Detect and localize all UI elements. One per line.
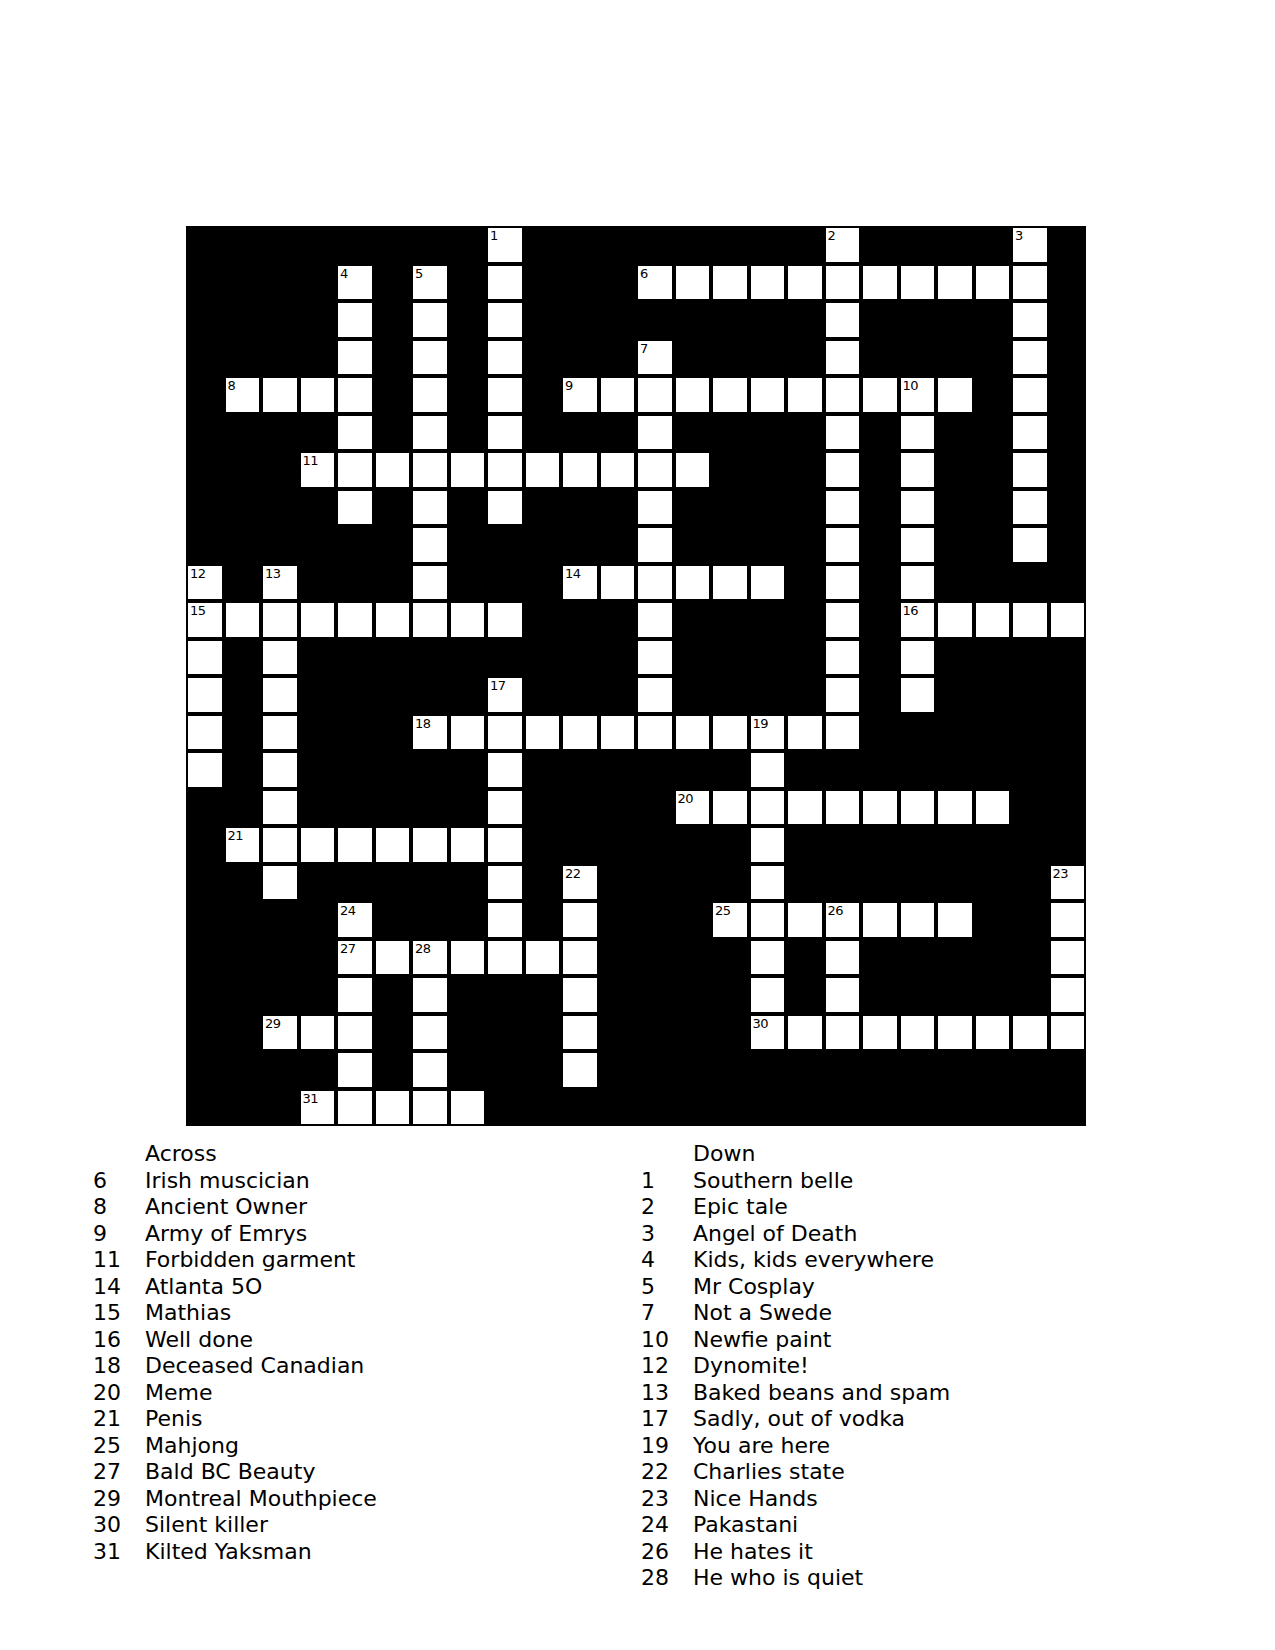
clue-text: Not a Swede <box>693 1300 950 1327</box>
cell-r21c22[interactable] <box>1013 1016 1047 1050</box>
cell-r4c3[interactable] <box>301 378 335 412</box>
cell-r21c4[interactable] <box>338 1016 372 1050</box>
cell-r15c14[interactable] <box>713 791 747 825</box>
clue-num: 18 <box>93 1353 145 1380</box>
cell-r1c12[interactable]: 6 <box>638 266 672 300</box>
cell-r4c17[interactable] <box>826 378 860 412</box>
cell-r4c8[interactable] <box>488 378 522 412</box>
cell-r3c22[interactable] <box>1013 341 1047 375</box>
cell-r16c5[interactable] <box>376 828 410 862</box>
clue-num: 7 <box>641 1300 693 1327</box>
cell-r15c15[interactable] <box>751 791 785 825</box>
across-clue-30: 30Silent killer <box>93 1512 377 1539</box>
down-clue-22: 22Charlies state <box>641 1459 950 1486</box>
cell-r4c2[interactable] <box>263 378 297 412</box>
cell-r6c19[interactable] <box>901 453 935 487</box>
cell-r18c23[interactable] <box>1051 903 1085 937</box>
cell-r13c15[interactable]: 19 <box>751 716 785 750</box>
cell-r6c5[interactable] <box>376 453 410 487</box>
cell-r13c11[interactable] <box>601 716 635 750</box>
clue-num: 31 <box>93 1539 145 1566</box>
across-header: Across <box>145 1141 377 1168</box>
down-clue-19: 19You are here <box>641 1433 950 1460</box>
cell-r12c19[interactable] <box>901 678 935 712</box>
cell-r4c4[interactable] <box>338 378 372 412</box>
clue-number-6: 6 <box>640 266 648 281</box>
cell-r4c19[interactable]: 10 <box>901 378 935 412</box>
cell-r23c5[interactable] <box>376 1091 410 1125</box>
cell-r21c3[interactable] <box>301 1016 335 1050</box>
cell-r17c23[interactable]: 23 <box>1051 866 1085 900</box>
cell-r8c6[interactable] <box>413 528 447 562</box>
cell-r13c8[interactable] <box>488 716 522 750</box>
cell-r23c7[interactable] <box>451 1091 485 1125</box>
clue-text: Baked beans and spam <box>693 1380 950 1407</box>
cell-r1c13[interactable] <box>676 266 710 300</box>
cell-r2c22[interactable] <box>1013 303 1047 337</box>
cell-r9c10[interactable]: 14 <box>563 566 597 600</box>
clue-number-17: 17 <box>490 678 506 693</box>
cell-r5c8[interactable] <box>488 416 522 450</box>
across-clue-16: 16Well done <box>93 1327 377 1354</box>
clue-num: 9 <box>93 1221 145 1248</box>
cell-r19c10[interactable] <box>563 941 597 975</box>
cell-r23c3[interactable]: 31 <box>301 1091 335 1125</box>
cell-r11c2[interactable] <box>263 641 297 675</box>
cell-r20c23[interactable] <box>1051 978 1085 1012</box>
clue-num: 17 <box>641 1406 693 1433</box>
clue-num: 10 <box>641 1327 693 1354</box>
cell-r6c11[interactable] <box>601 453 635 487</box>
cell-r4c15[interactable] <box>751 378 785 412</box>
down-clue-list: Down 1Southern belle2Epic tale3Angel of … <box>641 1141 950 1592</box>
cell-r5c17[interactable] <box>826 416 860 450</box>
clue-number-2: 2 <box>828 228 836 243</box>
cell-r1c8[interactable] <box>488 266 522 300</box>
cell-r10c1[interactable] <box>226 603 260 637</box>
cell-r21c23[interactable] <box>1051 1016 1085 1050</box>
cell-r15c13[interactable]: 20 <box>676 791 710 825</box>
cell-r11c19[interactable] <box>901 641 935 675</box>
cell-r9c19[interactable] <box>901 566 935 600</box>
cell-r6c17[interactable] <box>826 453 860 487</box>
cell-r7c4[interactable] <box>338 491 372 525</box>
down-clue-23: 23Nice Hands <box>641 1486 950 1513</box>
clue-text: Mahjong <box>145 1433 377 1460</box>
cell-r10c23[interactable] <box>1051 603 1085 637</box>
cell-r4c14[interactable] <box>713 378 747 412</box>
cell-r16c7[interactable] <box>451 828 485 862</box>
cell-r9c15[interactable] <box>751 566 785 600</box>
clue-num: 26 <box>641 1539 693 1566</box>
cell-r19c15[interactable] <box>751 941 785 975</box>
cell-r3c8[interactable] <box>488 341 522 375</box>
clue-text: Mr Cosplay <box>693 1274 950 1301</box>
cell-r8c22[interactable] <box>1013 528 1047 562</box>
cell-r13c6[interactable]: 18 <box>413 716 447 750</box>
cell-r4c12[interactable] <box>638 378 672 412</box>
cell-r4c11[interactable] <box>601 378 635 412</box>
cell-r1c16[interactable] <box>788 266 822 300</box>
cell-r4c6[interactable] <box>413 378 447 412</box>
cell-r16c4[interactable] <box>338 828 372 862</box>
clue-num: 5 <box>641 1274 693 1301</box>
clue-number-8: 8 <box>228 378 236 393</box>
clue-text: Dynomite! <box>693 1353 950 1380</box>
cell-r18c8[interactable] <box>488 903 522 937</box>
cell-r10c7[interactable] <box>451 603 485 637</box>
cell-r18c16[interactable] <box>788 903 822 937</box>
cell-r12c12[interactable] <box>638 678 672 712</box>
cell-r21c18[interactable] <box>863 1016 897 1050</box>
clue-num: 15 <box>93 1300 145 1327</box>
cell-r15c21[interactable] <box>976 791 1010 825</box>
clue-number-10: 10 <box>903 378 919 393</box>
clue-num: 6 <box>93 1168 145 1195</box>
cell-r10c17[interactable] <box>826 603 860 637</box>
across-clue-6: 6Irish muscician <box>93 1168 377 1195</box>
cell-r5c12[interactable] <box>638 416 672 450</box>
cell-r23c6[interactable] <box>413 1091 447 1125</box>
cell-r13c13[interactable] <box>676 716 710 750</box>
clue-number-4: 4 <box>340 266 348 281</box>
cell-r10c19[interactable]: 16 <box>901 603 935 637</box>
clue-text: Southern belle <box>693 1168 950 1195</box>
down-clue-5: 5Mr Cosplay <box>641 1274 950 1301</box>
cell-r9c6[interactable] <box>413 566 447 600</box>
cell-r4c1[interactable]: 8 <box>226 378 260 412</box>
cell-r15c17[interactable] <box>826 791 860 825</box>
across-clue-20: 20Meme <box>93 1380 377 1407</box>
cell-r1c4[interactable]: 4 <box>338 266 372 300</box>
across-clue-list: Across 6Irish muscician8Ancient Owner9Ar… <box>93 1141 377 1565</box>
cell-r16c2[interactable] <box>263 828 297 862</box>
cell-r4c22[interactable] <box>1013 378 1047 412</box>
cell-r1c22[interactable] <box>1013 266 1047 300</box>
clue-text: You are here <box>693 1433 950 1460</box>
cell-r15c19[interactable] <box>901 791 935 825</box>
cell-r11c17[interactable] <box>826 641 860 675</box>
cell-r1c14[interactable] <box>713 266 747 300</box>
cell-r10c0[interactable]: 15 <box>188 603 222 637</box>
cell-r2c17[interactable] <box>826 303 860 337</box>
cell-r15c8[interactable] <box>488 791 522 825</box>
across-clues: 6Irish muscician8Ancient Owner9Army of E… <box>93 1168 377 1566</box>
clue-number-28: 28 <box>415 941 431 956</box>
clue-num: 2 <box>641 1194 693 1221</box>
down-header: Down <box>693 1141 950 1168</box>
across-clue-25: 25Mahjong <box>93 1433 377 1460</box>
cell-r3c17[interactable] <box>826 341 860 375</box>
cell-r6c7[interactable] <box>451 453 485 487</box>
cell-r13c17[interactable] <box>826 716 860 750</box>
cell-r18c20[interactable] <box>938 903 972 937</box>
cell-r5c19[interactable] <box>901 416 935 450</box>
cell-r12c8[interactable]: 17 <box>488 678 522 712</box>
clue-number-16: 16 <box>903 603 919 618</box>
cell-r21c15[interactable]: 30 <box>751 1016 785 1050</box>
cell-r15c2[interactable] <box>263 791 297 825</box>
cell-r18c10[interactable] <box>563 903 597 937</box>
crossword-cells: 1234567891011121314151617181920212223242… <box>186 226 1086 1126</box>
cell-r1c19[interactable] <box>901 266 935 300</box>
cell-r4c10[interactable]: 9 <box>563 378 597 412</box>
cell-r19c8[interactable] <box>488 941 522 975</box>
cell-r13c9[interactable] <box>526 716 560 750</box>
clue-text: Ancient Owner <box>145 1194 377 1221</box>
cell-r10c5[interactable] <box>376 603 410 637</box>
cell-r21c2[interactable]: 29 <box>263 1016 297 1050</box>
clue-number-24: 24 <box>340 903 356 918</box>
cell-r16c6[interactable] <box>413 828 447 862</box>
cell-r18c18[interactable] <box>863 903 897 937</box>
cell-r9c0[interactable]: 12 <box>188 566 222 600</box>
cell-r4c18[interactable] <box>863 378 897 412</box>
cell-r18c14[interactable]: 25 <box>713 903 747 937</box>
cell-r6c10[interactable] <box>563 453 597 487</box>
cell-r14c8[interactable] <box>488 753 522 787</box>
clue-text: Army of Emrys <box>145 1221 377 1248</box>
cell-r10c22[interactable] <box>1013 603 1047 637</box>
clue-num: 27 <box>93 1459 145 1486</box>
clue-text: Deceased Canadian <box>145 1353 377 1380</box>
cell-r6c3[interactable]: 11 <box>301 453 335 487</box>
clue-number-14: 14 <box>565 566 581 581</box>
clue-num: 8 <box>93 1194 145 1221</box>
clue-number-19: 19 <box>753 716 769 731</box>
across-clue-9: 9Army of Emrys <box>93 1221 377 1248</box>
cell-r1c18[interactable] <box>863 266 897 300</box>
clue-text: Charlies state <box>693 1459 950 1486</box>
clue-text: Sadly, out of vodka <box>693 1406 950 1433</box>
cell-r9c17[interactable] <box>826 566 860 600</box>
cell-r15c20[interactable] <box>938 791 972 825</box>
cell-r19c4[interactable]: 27 <box>338 941 372 975</box>
cell-r23c4[interactable] <box>338 1091 372 1125</box>
cell-r2c4[interactable] <box>338 303 372 337</box>
cell-r16c15[interactable] <box>751 828 785 862</box>
cell-r10c8[interactable] <box>488 603 522 637</box>
cell-r18c4[interactable]: 24 <box>338 903 372 937</box>
cell-r13c12[interactable] <box>638 716 672 750</box>
cell-r7c19[interactable] <box>901 491 935 525</box>
down-clue-1: 1Southern belle <box>641 1168 950 1195</box>
across-clue-29: 29Montreal Mouthpiece <box>93 1486 377 1513</box>
cell-r17c15[interactable] <box>751 866 785 900</box>
cell-r16c3[interactable] <box>301 828 335 862</box>
cell-r21c16[interactable] <box>788 1016 822 1050</box>
cell-r1c15[interactable] <box>751 266 785 300</box>
cell-r6c13[interactable] <box>676 453 710 487</box>
clue-number-31: 31 <box>303 1091 319 1106</box>
cell-r18c17[interactable]: 26 <box>826 903 860 937</box>
clue-number-7: 7 <box>640 341 648 356</box>
clue-number-20: 20 <box>678 791 694 806</box>
cell-r10c4[interactable] <box>338 603 372 637</box>
clue-number-30: 30 <box>753 1016 769 1031</box>
clue-num: 22 <box>641 1459 693 1486</box>
cell-r19c9[interactable] <box>526 941 560 975</box>
down-clue-28: 28He who is quiet <box>641 1565 950 1592</box>
cell-r9c14[interactable] <box>713 566 747 600</box>
cell-r4c20[interactable] <box>938 378 972 412</box>
cell-r3c6[interactable] <box>413 341 447 375</box>
cell-r13c16[interactable] <box>788 716 822 750</box>
cell-r13c14[interactable] <box>713 716 747 750</box>
cell-r13c10[interactable] <box>563 716 597 750</box>
cell-r0c17[interactable]: 2 <box>826 228 860 262</box>
cell-r13c2[interactable] <box>263 716 297 750</box>
clue-text: Meme <box>145 1380 377 1407</box>
clue-number-18: 18 <box>415 716 431 731</box>
cell-r20c10[interactable] <box>563 978 597 1012</box>
down-clue-2: 2Epic tale <box>641 1194 950 1221</box>
cell-r14c15[interactable] <box>751 753 785 787</box>
clue-num: 30 <box>93 1512 145 1539</box>
cell-r21c6[interactable] <box>413 1016 447 1050</box>
cell-r17c2[interactable] <box>263 866 297 900</box>
cell-r7c8[interactable] <box>488 491 522 525</box>
cell-r15c18[interactable] <box>863 791 897 825</box>
cell-r7c6[interactable] <box>413 491 447 525</box>
clue-num: 25 <box>93 1433 145 1460</box>
clue-number-5: 5 <box>415 266 423 281</box>
cell-r7c12[interactable] <box>638 491 672 525</box>
cell-r20c4[interactable] <box>338 978 372 1012</box>
cell-r16c1[interactable]: 21 <box>226 828 260 862</box>
clue-text: Newfie paint <box>693 1327 950 1354</box>
cell-r21c19[interactable] <box>901 1016 935 1050</box>
cell-r19c23[interactable] <box>1051 941 1085 975</box>
cell-r10c20[interactable] <box>938 603 972 637</box>
clue-text: Epic tale <box>693 1194 950 1221</box>
clue-number-9: 9 <box>565 378 573 393</box>
cell-r1c17[interactable] <box>826 266 860 300</box>
cell-r10c2[interactable] <box>263 603 297 637</box>
cell-r12c2[interactable] <box>263 678 297 712</box>
cell-r6c22[interactable] <box>1013 453 1047 487</box>
cell-r14c2[interactable] <box>263 753 297 787</box>
cell-r1c6[interactable]: 5 <box>413 266 447 300</box>
cell-r20c6[interactable] <box>413 978 447 1012</box>
cell-r10c12[interactable] <box>638 603 672 637</box>
cell-r21c20[interactable] <box>938 1016 972 1050</box>
cell-r11c12[interactable] <box>638 641 672 675</box>
cell-r20c15[interactable] <box>751 978 785 1012</box>
cell-r6c4[interactable] <box>338 453 372 487</box>
cell-r1c20[interactable] <box>938 266 972 300</box>
clue-number-25: 25 <box>715 903 731 918</box>
cell-r21c17[interactable] <box>826 1016 860 1050</box>
cell-r6c8[interactable] <box>488 453 522 487</box>
cell-r20c17[interactable] <box>826 978 860 1012</box>
cell-r4c13[interactable] <box>676 378 710 412</box>
cell-r0c22[interactable]: 3 <box>1013 228 1047 262</box>
cell-r8c19[interactable] <box>901 528 935 562</box>
cell-r5c22[interactable] <box>1013 416 1047 450</box>
cell-r7c22[interactable] <box>1013 491 1047 525</box>
cell-r10c6[interactable] <box>413 603 447 637</box>
cell-r0c8[interactable]: 1 <box>488 228 522 262</box>
down-clue-24: 24Pakastani <box>641 1512 950 1539</box>
clue-num: 24 <box>641 1512 693 1539</box>
cell-r16c8[interactable] <box>488 828 522 862</box>
cell-r2c6[interactable] <box>413 303 447 337</box>
cell-r9c13[interactable] <box>676 566 710 600</box>
clue-text: Bald BC Beauty <box>145 1459 377 1486</box>
across-clue-11: 11Forbidden garment <box>93 1247 377 1274</box>
cell-r3c12[interactable]: 7 <box>638 341 672 375</box>
cell-r21c21[interactable] <box>976 1016 1010 1050</box>
clue-text: He hates it <box>693 1539 950 1566</box>
cell-r19c5[interactable] <box>376 941 410 975</box>
cell-r9c12[interactable] <box>638 566 672 600</box>
cell-r22c10[interactable] <box>563 1053 597 1087</box>
cell-r9c11[interactable] <box>601 566 635 600</box>
cell-r17c8[interactable] <box>488 866 522 900</box>
clue-number-26: 26 <box>828 903 844 918</box>
clue-text: Atlanta 5O <box>145 1274 377 1301</box>
cell-r5c4[interactable] <box>338 416 372 450</box>
cell-r22c4[interactable] <box>338 1053 372 1087</box>
clue-num: 29 <box>93 1486 145 1513</box>
cell-r2c8[interactable] <box>488 303 522 337</box>
clue-text: He who is quiet <box>693 1565 950 1592</box>
cell-r13c7[interactable] <box>451 716 485 750</box>
clue-text: Irish muscician <box>145 1168 377 1195</box>
clue-num: 3 <box>641 1221 693 1248</box>
cell-r7c17[interactable] <box>826 491 860 525</box>
cell-r15c16[interactable] <box>788 791 822 825</box>
clue-text: Montreal Mouthpiece <box>145 1486 377 1513</box>
cell-r18c19[interactable] <box>901 903 935 937</box>
across-clue-27: 27Bald BC Beauty <box>93 1459 377 1486</box>
cell-r12c0[interactable] <box>188 678 222 712</box>
cell-r22c6[interactable] <box>413 1053 447 1087</box>
across-clue-31: 31Kilted Yaksman <box>93 1539 377 1566</box>
cell-r19c17[interactable] <box>826 941 860 975</box>
cell-r19c7[interactable] <box>451 941 485 975</box>
down-clue-7: 7Not a Swede <box>641 1300 950 1327</box>
cell-r6c6[interactable] <box>413 453 447 487</box>
clue-text: Silent killer <box>145 1512 377 1539</box>
clue-text: Kids, kids everywhere <box>693 1247 950 1274</box>
cell-r8c17[interactable] <box>826 528 860 562</box>
cell-r14c0[interactable] <box>188 753 222 787</box>
cell-r21c10[interactable] <box>563 1016 597 1050</box>
cell-r18c15[interactable] <box>751 903 785 937</box>
cell-r10c3[interactable] <box>301 603 335 637</box>
cell-r4c16[interactable] <box>788 378 822 412</box>
cell-r12c17[interactable] <box>826 678 860 712</box>
clue-number-22: 22 <box>565 866 581 881</box>
clue-number-3: 3 <box>1015 228 1023 243</box>
cell-r17c10[interactable]: 22 <box>563 866 597 900</box>
cell-r9c2[interactable]: 13 <box>263 566 297 600</box>
cell-r10c21[interactable] <box>976 603 1010 637</box>
cell-r19c6[interactable]: 28 <box>413 941 447 975</box>
cell-r8c12[interactable] <box>638 528 672 562</box>
cell-r3c4[interactable] <box>338 341 372 375</box>
cell-r11c0[interactable] <box>188 641 222 675</box>
cell-r1c21[interactable] <box>976 266 1010 300</box>
cell-r5c6[interactable] <box>413 416 447 450</box>
clue-text: Kilted Yaksman <box>145 1539 377 1566</box>
cell-r6c12[interactable] <box>638 453 672 487</box>
cell-r13c0[interactable] <box>188 716 222 750</box>
cell-r6c9[interactable] <box>526 453 560 487</box>
across-clue-14: 14Atlanta 5O <box>93 1274 377 1301</box>
